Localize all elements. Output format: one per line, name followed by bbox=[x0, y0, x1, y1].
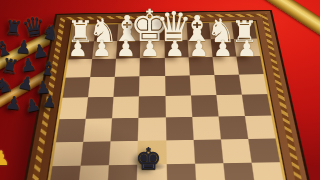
captured-black-rook-1: ♜ bbox=[4, 17, 24, 39]
square-h2[interactable] bbox=[68, 41, 94, 59]
square-h3[interactable] bbox=[66, 59, 93, 78]
square-e1[interactable] bbox=[141, 24, 164, 41]
square-g6[interactable] bbox=[83, 118, 112, 141]
square-g4[interactable] bbox=[88, 77, 115, 97]
square-c6[interactable] bbox=[192, 116, 221, 139]
square-a4[interactable] bbox=[239, 74, 267, 94]
square-d3[interactable] bbox=[164, 57, 189, 76]
square-b5[interactable] bbox=[216, 95, 245, 117]
square-f3[interactable] bbox=[115, 58, 140, 77]
square-c7[interactable] bbox=[193, 139, 223, 164]
square-e4[interactable] bbox=[139, 76, 165, 96]
square-h8[interactable] bbox=[48, 166, 80, 180]
square-c1[interactable] bbox=[186, 23, 210, 40]
square-g8[interactable] bbox=[78, 165, 109, 180]
square-d6[interactable] bbox=[165, 117, 193, 140]
square-f2[interactable] bbox=[116, 40, 140, 58]
square-a8[interactable] bbox=[252, 162, 285, 180]
square-c8[interactable] bbox=[195, 163, 226, 180]
square-d4[interactable] bbox=[165, 76, 191, 96]
square-b4[interactable] bbox=[214, 75, 242, 95]
chess-board bbox=[21, 11, 313, 180]
square-a3[interactable] bbox=[236, 56, 263, 75]
square-g5[interactable] bbox=[86, 97, 114, 119]
square-f8[interactable] bbox=[107, 165, 137, 180]
square-f7[interactable] bbox=[109, 140, 138, 165]
square-g2[interactable] bbox=[92, 41, 117, 59]
square-g3[interactable] bbox=[90, 58, 116, 77]
square-e5[interactable] bbox=[139, 96, 165, 118]
square-h4[interactable] bbox=[63, 77, 91, 97]
square-f6[interactable] bbox=[111, 118, 139, 141]
square-a6[interactable] bbox=[245, 115, 276, 138]
square-h5[interactable] bbox=[59, 97, 88, 119]
board-grid bbox=[45, 21, 288, 180]
square-c2[interactable] bbox=[187, 39, 212, 57]
square-f1[interactable] bbox=[117, 24, 141, 41]
square-c3[interactable] bbox=[188, 57, 214, 76]
square-b2[interactable] bbox=[210, 39, 236, 57]
square-b8[interactable] bbox=[223, 163, 255, 180]
square-e2[interactable] bbox=[140, 40, 164, 58]
square-c4[interactable] bbox=[189, 75, 216, 95]
square-h7[interactable] bbox=[52, 141, 83, 166]
square-e6[interactable] bbox=[138, 117, 165, 140]
square-a5[interactable] bbox=[242, 94, 272, 116]
stray-gold-piece: ♟ bbox=[0, 148, 10, 168]
square-d1[interactable] bbox=[164, 23, 188, 40]
square-d5[interactable] bbox=[165, 95, 192, 117]
square-d2[interactable] bbox=[164, 40, 188, 58]
square-g7[interactable] bbox=[81, 141, 111, 166]
square-d7[interactable] bbox=[166, 139, 195, 164]
square-b1[interactable] bbox=[209, 22, 234, 39]
square-c5[interactable] bbox=[191, 95, 219, 117]
square-h6[interactable] bbox=[56, 119, 86, 142]
square-b6[interactable] bbox=[218, 116, 248, 139]
square-h1[interactable] bbox=[71, 25, 96, 42]
black-king-shadow bbox=[136, 162, 166, 171]
square-g1[interactable] bbox=[94, 24, 118, 41]
square-b3[interactable] bbox=[212, 56, 239, 75]
square-f4[interactable] bbox=[114, 77, 140, 97]
square-a7[interactable] bbox=[248, 138, 280, 163]
square-b7[interactable] bbox=[221, 139, 252, 164]
square-a2[interactable] bbox=[234, 38, 260, 56]
square-a1[interactable] bbox=[231, 22, 257, 39]
game-screen: ♜♞♝♚♛♝♞♜♟♟♟♟♟♟♟♟♚ ♛♜♞♝♟♟♜♟♝♞♟♟♟♟♟♟ bbox=[0, 0, 320, 180]
square-f5[interactable] bbox=[112, 96, 139, 118]
square-d8[interactable] bbox=[166, 164, 196, 180]
square-e3[interactable] bbox=[140, 57, 165, 76]
